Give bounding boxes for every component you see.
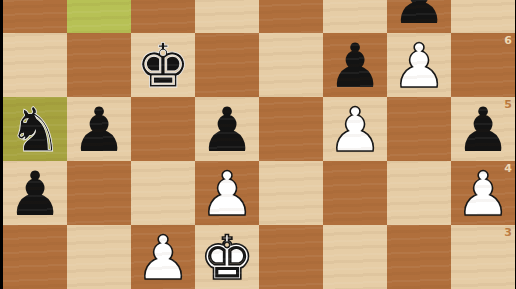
rank-label-6: 6 [504, 35, 512, 46]
square-f6[interactable]: ♟ [323, 33, 387, 97]
square-e4[interactable] [259, 161, 323, 225]
black-pawn[interactable]: ♟ [8, 162, 63, 226]
black-knight[interactable]: ♞ [8, 98, 63, 162]
black-pawn[interactable]: ♟ [72, 98, 127, 162]
square-d7[interactable] [195, 0, 259, 33]
square-b6[interactable] [67, 33, 131, 97]
video-frame: ♟♚♟♟6♞♟♟♟5♟♟♟4♟♟♚3 [0, 0, 516, 289]
square-f3[interactable] [323, 225, 387, 289]
square-c6[interactable]: ♚ [131, 33, 195, 97]
square-c7[interactable] [131, 0, 195, 33]
square-f7[interactable] [323, 0, 387, 33]
square-f5[interactable]: ♟ [323, 97, 387, 161]
black-pawn[interactable]: ♟ [392, 0, 447, 34]
rank-label-3: 3 [504, 227, 512, 238]
letterbox-left [0, 0, 3, 289]
square-h5[interactable]: 5♟ [451, 97, 515, 161]
square-h3[interactable]: 3 [451, 225, 515, 289]
white-pawn[interactable]: ♟ [392, 34, 447, 98]
square-g6[interactable]: ♟ [387, 33, 451, 97]
white-pawn[interactable]: ♟ [328, 98, 383, 162]
white-pawn[interactable]: ♟ [456, 162, 511, 226]
square-e5[interactable] [259, 97, 323, 161]
square-c4[interactable] [131, 161, 195, 225]
square-h6[interactable]: 6 [451, 33, 515, 97]
square-a7[interactable] [3, 0, 67, 33]
square-h7[interactable] [451, 0, 515, 33]
square-b3[interactable] [67, 225, 131, 289]
square-a5[interactable]: ♞ [3, 97, 67, 161]
white-pawn[interactable]: ♟ [136, 226, 191, 289]
white-king[interactable]: ♚ [200, 226, 255, 289]
square-d5[interactable]: ♟ [195, 97, 259, 161]
square-g7[interactable]: ♟ [387, 0, 451, 33]
square-f4[interactable] [323, 161, 387, 225]
chess-board: ♟♚♟♟6♞♟♟♟5♟♟♟4♟♟♚3 [3, 0, 515, 289]
white-pawn[interactable]: ♟ [200, 162, 255, 226]
square-c5[interactable] [131, 97, 195, 161]
square-a6[interactable] [3, 33, 67, 97]
square-c3[interactable]: ♟ [131, 225, 195, 289]
black-pawn[interactable]: ♟ [456, 98, 511, 162]
square-g3[interactable] [387, 225, 451, 289]
square-b7[interactable] [67, 0, 131, 33]
square-b4[interactable] [67, 161, 131, 225]
square-g4[interactable] [387, 161, 451, 225]
black-pawn[interactable]: ♟ [328, 34, 383, 98]
square-b5[interactable]: ♟ [67, 97, 131, 161]
black-pawn[interactable]: ♟ [200, 98, 255, 162]
square-a3[interactable] [3, 225, 67, 289]
square-d3[interactable]: ♚ [195, 225, 259, 289]
square-a4[interactable]: ♟ [3, 161, 67, 225]
black-king[interactable]: ♚ [136, 34, 191, 98]
square-e6[interactable] [259, 33, 323, 97]
square-h4[interactable]: 4♟ [451, 161, 515, 225]
square-e3[interactable] [259, 225, 323, 289]
square-g5[interactable] [387, 97, 451, 161]
square-d4[interactable]: ♟ [195, 161, 259, 225]
square-d6[interactable] [195, 33, 259, 97]
square-e7[interactable] [259, 0, 323, 33]
